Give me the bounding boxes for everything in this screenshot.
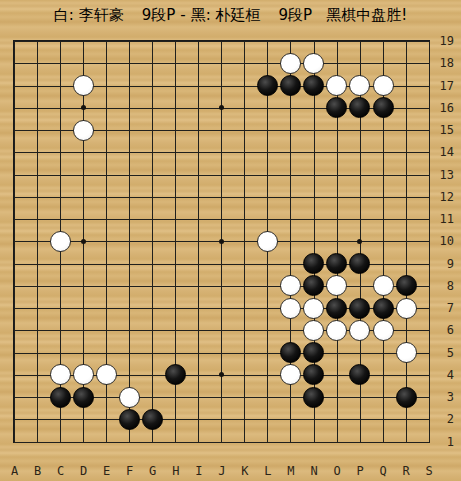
intersection-K12 xyxy=(233,186,256,208)
intersection-A15 xyxy=(3,119,26,141)
intersection-L4 xyxy=(256,364,279,386)
intersection-N7 xyxy=(302,297,325,319)
intersection-I7 xyxy=(187,297,210,319)
white-stone-L10 xyxy=(257,231,278,252)
intersection-H1 xyxy=(164,430,187,452)
intersection-P9 xyxy=(348,252,371,274)
intersection-D16 xyxy=(72,97,95,119)
intersection-Q14 xyxy=(372,141,395,163)
row-label-14: 14 xyxy=(436,145,454,159)
intersection-A1 xyxy=(3,430,26,452)
row-label-3: 3 xyxy=(436,390,454,404)
intersection-L7 xyxy=(256,297,279,319)
intersection-Q11 xyxy=(372,208,395,230)
white-stone-N18 xyxy=(303,53,324,74)
intersection-K3 xyxy=(233,386,256,408)
intersection-F13 xyxy=(118,163,141,185)
intersection-R3 xyxy=(395,386,418,408)
intersection-R4 xyxy=(395,364,418,386)
intersection-E19 xyxy=(95,30,118,52)
intersection-C13 xyxy=(49,163,72,185)
black-stone-H4 xyxy=(165,364,186,385)
intersection-O5 xyxy=(325,341,348,363)
intersection-A13 xyxy=(3,163,26,185)
intersection-E13 xyxy=(95,163,118,185)
row-label-8: 8 xyxy=(436,279,454,293)
intersection-I1 xyxy=(187,430,210,452)
intersection-P17 xyxy=(348,74,371,96)
intersection-G18 xyxy=(141,52,164,74)
intersection-D3 xyxy=(72,386,95,408)
black-stone-D3 xyxy=(73,387,94,408)
intersection-M19 xyxy=(279,30,302,52)
col-label-D: D xyxy=(80,464,87,478)
intersection-C9 xyxy=(49,252,72,274)
intersection-H4 xyxy=(164,364,187,386)
intersection-O7 xyxy=(325,297,348,319)
intersection-H7 xyxy=(164,297,187,319)
row-label-15: 15 xyxy=(436,123,454,137)
intersection-F7 xyxy=(118,297,141,319)
intersection-L16 xyxy=(256,97,279,119)
col-label-Q: Q xyxy=(380,464,387,478)
intersection-H6 xyxy=(164,319,187,341)
intersection-A7 xyxy=(3,297,26,319)
intersection-O4 xyxy=(325,364,348,386)
intersection-J15 xyxy=(210,119,233,141)
intersection-C14 xyxy=(49,141,72,163)
intersection-B11 xyxy=(26,208,49,230)
black-stone-O9 xyxy=(326,253,347,274)
col-label-O: O xyxy=(333,464,340,478)
intersection-Q10 xyxy=(372,230,395,252)
intersection-N18 xyxy=(302,52,325,74)
intersection-L19 xyxy=(256,30,279,52)
intersection-G11 xyxy=(141,208,164,230)
intersection-E9 xyxy=(95,252,118,274)
white-stone-O17 xyxy=(326,75,347,96)
intersection-N15 xyxy=(302,119,325,141)
col-label-R: R xyxy=(403,464,410,478)
intersection-L9 xyxy=(256,252,279,274)
intersection-K4 xyxy=(233,364,256,386)
intersection-A19 xyxy=(3,30,26,52)
intersection-F17 xyxy=(118,74,141,96)
star-point-J4 xyxy=(219,372,224,377)
white-stone-O6 xyxy=(326,320,347,341)
intersection-N12 xyxy=(302,186,325,208)
intersection-Q4 xyxy=(372,364,395,386)
intersection-J8 xyxy=(210,275,233,297)
intersection-F19 xyxy=(118,30,141,52)
intersection-B3 xyxy=(26,386,49,408)
intersection-F4 xyxy=(118,364,141,386)
intersection-D8 xyxy=(72,275,95,297)
intersection-M8 xyxy=(279,275,302,297)
intersection-N4 xyxy=(302,364,325,386)
intersection-B12 xyxy=(26,186,49,208)
intersection-R6 xyxy=(395,319,418,341)
col-label-L: L xyxy=(264,464,271,478)
white-stone-M8 xyxy=(280,275,301,296)
white-stone-M4 xyxy=(280,364,301,385)
intersection-N8 xyxy=(302,275,325,297)
intersection-J10 xyxy=(210,230,233,252)
intersection-C15 xyxy=(49,119,72,141)
star-point-D16 xyxy=(81,105,86,110)
intersection-G5 xyxy=(141,341,164,363)
white-stone-Q8 xyxy=(373,275,394,296)
intersection-Q1 xyxy=(372,430,395,452)
intersection-A18 xyxy=(3,52,26,74)
intersection-P8 xyxy=(348,275,371,297)
intersection-A14 xyxy=(3,141,26,163)
white-stone-M18 xyxy=(280,53,301,74)
intersection-J12 xyxy=(210,186,233,208)
intersection-N19 xyxy=(302,30,325,52)
intersection-D17 xyxy=(72,74,95,96)
intersection-E18 xyxy=(95,52,118,74)
white-stone-P17 xyxy=(349,75,370,96)
intersection-D15 xyxy=(72,119,95,141)
row-label-10: 10 xyxy=(436,234,454,248)
white-stone-Q17 xyxy=(373,75,394,96)
intersection-A17 xyxy=(3,74,26,96)
intersection-P5 xyxy=(348,341,371,363)
intersection-H12 xyxy=(164,186,187,208)
row-label-13: 13 xyxy=(436,168,454,182)
black-stone-N4 xyxy=(303,364,324,385)
black-stone-F2 xyxy=(119,409,140,430)
intersection-Q7 xyxy=(372,297,395,319)
intersection-Q3 xyxy=(372,386,395,408)
black-stone-P16 xyxy=(349,97,370,118)
intersection-J9 xyxy=(210,252,233,274)
intersection-K16 xyxy=(233,97,256,119)
black-stone-P9 xyxy=(349,253,370,274)
intersection-R7 xyxy=(395,297,418,319)
intersection-J18 xyxy=(210,52,233,74)
white-stone-F3 xyxy=(119,387,140,408)
intersection-R15 xyxy=(395,119,418,141)
intersection-O11 xyxy=(325,208,348,230)
white-stone-Q6 xyxy=(373,320,394,341)
intersection-B6 xyxy=(26,319,49,341)
intersection-A5 xyxy=(3,341,26,363)
intersection-G13 xyxy=(141,163,164,185)
intersection-E14 xyxy=(95,141,118,163)
intersection-H9 xyxy=(164,252,187,274)
intersection-G10 xyxy=(141,230,164,252)
intersection-C10 xyxy=(49,230,72,252)
intersection-L18 xyxy=(256,52,279,74)
row-label-18: 18 xyxy=(436,56,454,70)
row-label-5: 5 xyxy=(436,346,454,360)
intersection-G9 xyxy=(141,252,164,274)
intersection-A12 xyxy=(3,186,26,208)
intersection-G1 xyxy=(141,430,164,452)
black-stone-G2 xyxy=(142,409,163,430)
intersection-E3 xyxy=(95,386,118,408)
intersection-L11 xyxy=(256,208,279,230)
intersection-Q12 xyxy=(372,186,395,208)
col-label-H: H xyxy=(172,464,179,478)
intersection-F9 xyxy=(118,252,141,274)
col-label-A: A xyxy=(11,464,18,478)
intersection-C11 xyxy=(49,208,72,230)
intersection-F16 xyxy=(118,97,141,119)
intersection-C12 xyxy=(49,186,72,208)
intersection-Q16 xyxy=(372,97,395,119)
intersection-P10 xyxy=(348,230,371,252)
intersection-M15 xyxy=(279,119,302,141)
intersection-G17 xyxy=(141,74,164,96)
intersection-O10 xyxy=(325,230,348,252)
row-label-7: 7 xyxy=(436,301,454,315)
intersection-K8 xyxy=(233,275,256,297)
intersection-A11 xyxy=(3,208,26,230)
intersection-R10 xyxy=(395,230,418,252)
intersection-N5 xyxy=(302,341,325,363)
star-point-P10 xyxy=(357,239,362,244)
intersection-G19 xyxy=(141,30,164,52)
row-label-4: 4 xyxy=(436,368,454,382)
intersection-E16 xyxy=(95,97,118,119)
col-label-F: F xyxy=(126,464,133,478)
white-stone-N6 xyxy=(303,320,324,341)
intersection-L1 xyxy=(256,430,279,452)
intersection-P19 xyxy=(348,30,371,52)
intersection-M6 xyxy=(279,319,302,341)
intersection-K1 xyxy=(233,430,256,452)
col-label-B: B xyxy=(34,464,41,478)
intersection-R8 xyxy=(395,275,418,297)
intersection-M17 xyxy=(279,74,302,96)
intersection-P11 xyxy=(348,208,371,230)
intersection-N2 xyxy=(302,408,325,430)
intersection-N17 xyxy=(302,74,325,96)
intersection-A4 xyxy=(3,364,26,386)
white-stone-C10 xyxy=(50,231,71,252)
intersection-Q5 xyxy=(372,341,395,363)
intersection-I13 xyxy=(187,163,210,185)
black-stone-R3 xyxy=(396,387,417,408)
intersection-F10 xyxy=(118,230,141,252)
intersection-R17 xyxy=(395,74,418,96)
intersection-F15 xyxy=(118,119,141,141)
col-label-N: N xyxy=(310,464,317,478)
intersection-B16 xyxy=(26,97,49,119)
intersection-J3 xyxy=(210,386,233,408)
intersection-O12 xyxy=(325,186,348,208)
intersection-Q13 xyxy=(372,163,395,185)
intersection-J2 xyxy=(210,408,233,430)
intersection-P2 xyxy=(348,408,371,430)
intersection-J5 xyxy=(210,341,233,363)
intersection-F8 xyxy=(118,275,141,297)
intersection-F5 xyxy=(118,341,141,363)
intersection-I9 xyxy=(187,252,210,274)
intersection-Q9 xyxy=(372,252,395,274)
intersection-G8 xyxy=(141,275,164,297)
col-label-P: P xyxy=(356,464,363,478)
intersection-H10 xyxy=(164,230,187,252)
intersection-K5 xyxy=(233,341,256,363)
intersection-C16 xyxy=(49,97,72,119)
intersection-O9 xyxy=(325,252,348,274)
intersection-K18 xyxy=(233,52,256,74)
intersection-D4 xyxy=(72,364,95,386)
intersection-P18 xyxy=(348,52,371,74)
intersection-B5 xyxy=(26,341,49,363)
intersection-L6 xyxy=(256,319,279,341)
intersection-C8 xyxy=(49,275,72,297)
intersection-I4 xyxy=(187,364,210,386)
intersection-H17 xyxy=(164,74,187,96)
black-player-label: 黑: 朴廷桓 xyxy=(191,6,261,25)
intersection-Q8 xyxy=(372,275,395,297)
intersection-P7 xyxy=(348,297,371,319)
intersection-C6 xyxy=(49,319,72,341)
black-stone-N9 xyxy=(303,253,324,274)
intersection-N1 xyxy=(302,430,325,452)
intersection-E8 xyxy=(95,275,118,297)
intersection-C17 xyxy=(49,74,72,96)
intersection-E17 xyxy=(95,74,118,96)
white-stone-D4 xyxy=(73,364,94,385)
intersection-L10 xyxy=(256,230,279,252)
intersection-M2 xyxy=(279,408,302,430)
intersection-M13 xyxy=(279,163,302,185)
intersection-M12 xyxy=(279,186,302,208)
row-label-17: 17 xyxy=(436,79,454,93)
intersection-J13 xyxy=(210,163,233,185)
intersection-I18 xyxy=(187,52,210,74)
intersection-F12 xyxy=(118,186,141,208)
intersection-C19 xyxy=(49,30,72,52)
intersection-D13 xyxy=(72,163,95,185)
intersection-C5 xyxy=(49,341,72,363)
intersection-D12 xyxy=(72,186,95,208)
intersection-D7 xyxy=(72,297,95,319)
intersection-L8 xyxy=(256,275,279,297)
black-stone-C3 xyxy=(50,387,71,408)
row-label-2: 2 xyxy=(436,412,454,426)
intersection-K14 xyxy=(233,141,256,163)
intersection-D10 xyxy=(72,230,95,252)
col-label-J: J xyxy=(218,464,225,478)
intersection-I10 xyxy=(187,230,210,252)
intersection-E1 xyxy=(95,430,118,452)
intersection-K7 xyxy=(233,297,256,319)
row-label-16: 16 xyxy=(436,101,454,115)
black-stone-P4 xyxy=(349,364,370,385)
intersection-I15 xyxy=(187,119,210,141)
intersection-B19 xyxy=(26,30,49,52)
col-label-S: S xyxy=(426,464,433,478)
white-stone-R7 xyxy=(396,298,417,319)
intersection-B17 xyxy=(26,74,49,96)
intersection-J1 xyxy=(210,430,233,452)
intersection-O3 xyxy=(325,386,348,408)
intersection-P6 xyxy=(348,319,371,341)
intersection-A3 xyxy=(3,386,26,408)
intersection-I17 xyxy=(187,74,210,96)
go-board xyxy=(3,30,441,453)
intersection-C3 xyxy=(49,386,72,408)
star-point-J16 xyxy=(219,105,224,110)
col-label-G: G xyxy=(149,464,156,478)
intersection-J6 xyxy=(210,319,233,341)
intersection-L12 xyxy=(256,186,279,208)
intersection-A10 xyxy=(3,230,26,252)
intersection-I8 xyxy=(187,275,210,297)
black-player-rank: 9段P xyxy=(279,6,313,25)
intersection-H15 xyxy=(164,119,187,141)
intersection-B1 xyxy=(26,430,49,452)
intersection-M9 xyxy=(279,252,302,274)
intersection-G14 xyxy=(141,141,164,163)
intersection-A9 xyxy=(3,252,26,274)
intersection-P13 xyxy=(348,163,371,185)
intersection-M7 xyxy=(279,297,302,319)
intersection-B4 xyxy=(26,364,49,386)
intersection-C2 xyxy=(49,408,72,430)
intersection-R2 xyxy=(395,408,418,430)
intersection-R12 xyxy=(395,186,418,208)
intersection-E12 xyxy=(95,186,118,208)
intersection-B7 xyxy=(26,297,49,319)
intersection-R1 xyxy=(395,430,418,452)
intersection-H8 xyxy=(164,275,187,297)
intersection-D11 xyxy=(72,208,95,230)
intersection-K19 xyxy=(233,30,256,52)
intersection-H2 xyxy=(164,408,187,430)
intersection-M1 xyxy=(279,430,302,452)
row-label-9: 9 xyxy=(436,257,454,271)
black-stone-L17 xyxy=(257,75,278,96)
intersection-O1 xyxy=(325,430,348,452)
intersection-H5 xyxy=(164,341,187,363)
intersection-A16 xyxy=(3,97,26,119)
intersection-O13 xyxy=(325,163,348,185)
white-stone-P6 xyxy=(349,320,370,341)
intersection-M11 xyxy=(279,208,302,230)
intersection-D6 xyxy=(72,319,95,341)
white-stone-R5 xyxy=(396,342,417,363)
intersection-J17 xyxy=(210,74,233,96)
intersection-N16 xyxy=(302,97,325,119)
intersection-O18 xyxy=(325,52,348,74)
intersection-E10 xyxy=(95,230,118,252)
white-stone-D17 xyxy=(73,75,94,96)
intersection-D2 xyxy=(72,408,95,430)
black-stone-N17 xyxy=(303,75,324,96)
intersection-O6 xyxy=(325,319,348,341)
intersection-R5 xyxy=(395,341,418,363)
intersection-H19 xyxy=(164,30,187,52)
intersection-I14 xyxy=(187,141,210,163)
intersection-G12 xyxy=(141,186,164,208)
intersection-P12 xyxy=(348,186,371,208)
intersection-P1 xyxy=(348,430,371,452)
intersection-D1 xyxy=(72,430,95,452)
intersection-H13 xyxy=(164,163,187,185)
intersection-I16 xyxy=(187,97,210,119)
row-label-1: 1 xyxy=(436,435,454,449)
intersection-F18 xyxy=(118,52,141,74)
intersection-F6 xyxy=(118,319,141,341)
